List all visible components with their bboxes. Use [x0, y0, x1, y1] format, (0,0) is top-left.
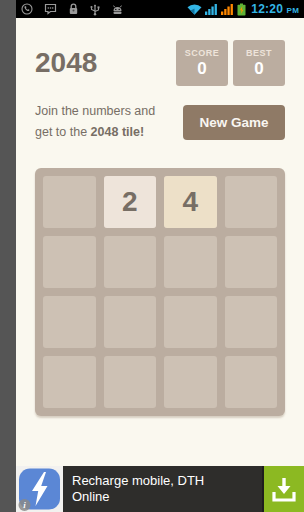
board-cell	[43, 236, 96, 288]
board-cell	[43, 356, 96, 408]
board-cell	[43, 296, 96, 348]
game-instructions: Join the numbers and get to the 2048 til…	[35, 101, 155, 143]
game-screen: 2048 SCORE 0 BEST 0 Join the numbers and…	[16, 40, 304, 416]
whatsapp-icon	[21, 3, 33, 15]
page-title: 2048	[35, 40, 97, 86]
board-cell	[164, 356, 217, 408]
battery-charging-icon	[237, 3, 246, 16]
board-cell	[43, 176, 96, 228]
tile-4: 4	[164, 176, 217, 228]
score-value: 0	[197, 59, 206, 78]
tile-2: 2	[104, 176, 157, 228]
status-bar[interactable]: 12:20 PM	[16, 0, 304, 18]
lock-icon	[68, 3, 79, 15]
best-value: 0	[254, 59, 263, 78]
ad-text[interactable]: Recharge mobile, DTH Online	[63, 466, 262, 512]
new-game-button[interactable]: New Game	[183, 105, 285, 140]
score-box: SCORE 0	[176, 40, 228, 86]
clock: 12:20 PM	[251, 2, 299, 16]
phone-screen: 12:20 PM 2048 SCORE 0 BEST 0 Join the nu…	[16, 0, 304, 512]
board-cell	[104, 356, 157, 408]
signal-sim2-icon	[221, 3, 234, 15]
ad-banner[interactable]: i Recharge mobile, DTH Online	[16, 466, 304, 512]
board-cell	[225, 296, 278, 348]
board-cell	[225, 236, 278, 288]
best-box: BEST 0	[233, 40, 285, 86]
board-cell	[164, 236, 217, 288]
signal-sim1-icon	[205, 3, 218, 15]
ad-logo[interactable]: i	[16, 466, 63, 512]
usb-icon	[90, 3, 100, 16]
best-label: BEST	[246, 48, 272, 59]
notification-icons	[21, 3, 124, 16]
android-icon	[111, 4, 124, 15]
board-cell	[104, 296, 157, 348]
wifi-icon	[187, 3, 202, 15]
ad-download-button[interactable]	[262, 466, 304, 512]
score-label: SCORE	[185, 48, 220, 59]
board-cell: 4	[164, 176, 217, 228]
game-board[interactable]: 2 4	[35, 168, 285, 416]
board-cell	[104, 236, 157, 288]
system-status-icons: 12:20 PM	[187, 2, 299, 16]
score-panel: SCORE 0 BEST 0	[176, 40, 285, 86]
sms-icon	[44, 3, 57, 15]
board-cell	[225, 356, 278, 408]
board-cell: 2	[104, 176, 157, 228]
freecharge-lightning-logo-icon: i	[16, 466, 63, 512]
intro-row: Join the numbers and get to the 2048 til…	[35, 101, 285, 143]
board-cell	[164, 296, 217, 348]
board-cell	[225, 176, 278, 228]
game-header: 2048 SCORE 0 BEST 0	[35, 40, 285, 86]
download-icon	[271, 475, 297, 503]
